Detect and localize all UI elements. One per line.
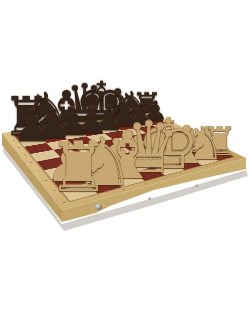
product-photo: ♜♞♝♛♚♝♞♜♟♟♟♟♟♟♟♟♟♟♟♟♟♟♟♟♜♞♝♛♚♝♞♜ <box>0 0 250 311</box>
screw-icon <box>148 197 151 200</box>
clasp-icon <box>95 204 102 210</box>
pin-icon <box>121 189 124 190</box>
pin-icon <box>23 154 26 155</box>
pin-icon <box>234 158 236 159</box>
pin-icon <box>12 140 14 141</box>
pin-icon <box>96 196 99 198</box>
pin-icon <box>144 182 147 183</box>
pin-icon <box>202 167 205 168</box>
pin-icon <box>165 177 168 178</box>
pin-icon <box>219 162 222 163</box>
pin-icon <box>52 190 55 192</box>
screw-icon <box>195 184 198 187</box>
pin-icon <box>184 171 187 172</box>
pin-icon <box>36 170 39 171</box>
pin-icon <box>44 180 47 181</box>
pin-icon <box>62 201 65 203</box>
pin-icon <box>29 162 32 163</box>
pin-icon <box>17 147 19 148</box>
